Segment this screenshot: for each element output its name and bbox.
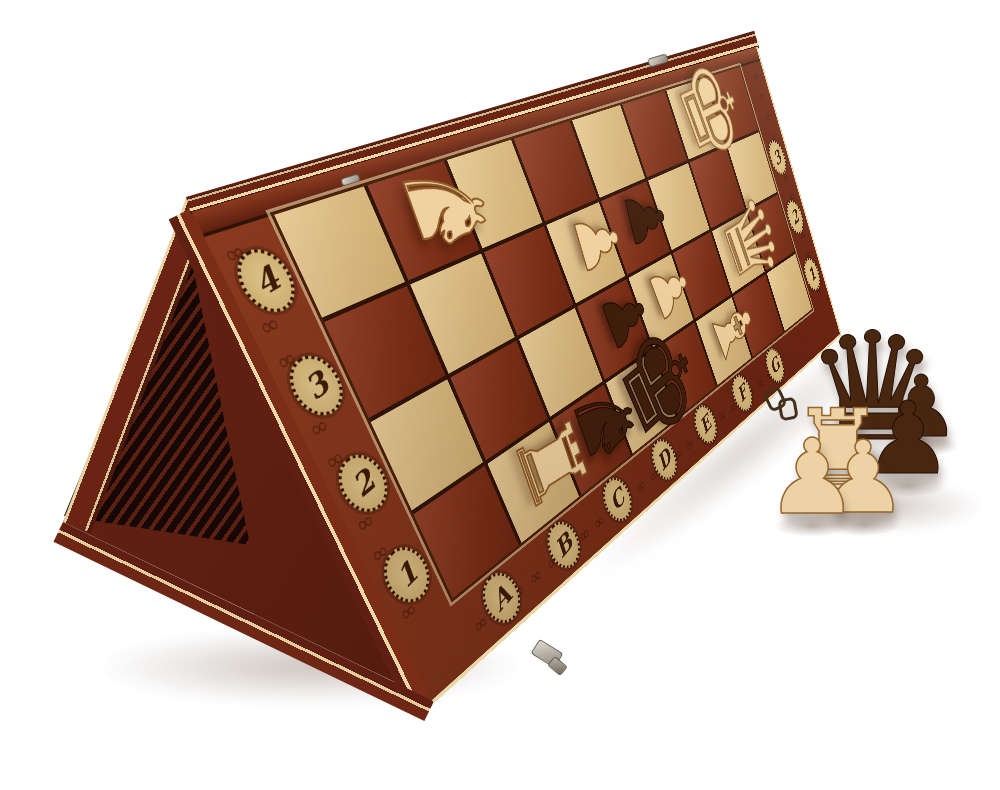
- coordinate-label: 3: [297, 364, 336, 408]
- coordinate-label: 1: [390, 554, 423, 595]
- coordinate-label: B: [550, 527, 576, 564]
- coordinate-label: A: [487, 579, 516, 618]
- coordinate-label: 3: [771, 145, 784, 170]
- coordinate-label: C: [606, 483, 628, 517]
- coordinate-label: 2: [345, 462, 381, 505]
- coordinate-label: 4: [245, 258, 287, 304]
- coordinate-label: F: [734, 380, 749, 407]
- coordinate-label: 1: [806, 263, 818, 287]
- coordinate-label: G: [767, 352, 782, 379]
- white-pawn-standing-5[interactable]: ♟: [760, 425, 864, 529]
- coordinate-label: 2: [789, 205, 801, 229]
- product-photo-scene: ∞∞∞∞∞∞∞∞∞∞∞∞ ∞∞∞∞∞∞∞∞∞∞∞∞ ∞∞∞∞∞∞∞∞∞∞∞∞∞∞…: [0, 0, 1000, 790]
